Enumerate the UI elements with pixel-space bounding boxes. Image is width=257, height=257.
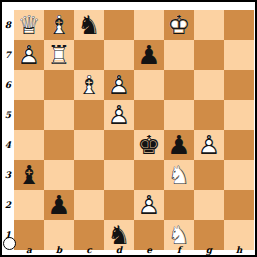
- black-king-glyph: ♚: [134, 130, 164, 160]
- white-king[interactable]: ♚♔: [164, 10, 194, 40]
- white-pawn-glyph-outline: ♙: [134, 190, 164, 220]
- white-pawn-glyph-outline: ♙: [104, 70, 134, 100]
- square-b6[interactable]: [44, 70, 74, 100]
- square-g8[interactable]: [194, 10, 224, 40]
- square-h8[interactable]: [224, 10, 254, 40]
- square-e4[interactable]: ♚: [134, 130, 164, 160]
- white-pawn[interactable]: ♟♙: [194, 130, 224, 160]
- black-pawn-glyph: ♟: [44, 190, 74, 220]
- chess-diagram: ♛♕♝♗♞♚♔♟♙♜♖♟♝♗♟♙♟♙♚♟♟♙♝♞♘♟♟♙♞♞♘ 87654321…: [0, 0, 257, 257]
- rank-label-8: 8: [2, 10, 14, 40]
- square-e2[interactable]: ♟♙: [134, 190, 164, 220]
- white-queen-glyph-outline: ♕: [14, 10, 44, 40]
- file-label-a: a: [14, 243, 44, 256]
- black-knight-glyph: ♞: [74, 10, 104, 40]
- white-rook-glyph-outline: ♖: [44, 40, 74, 70]
- square-e6[interactable]: [134, 70, 164, 100]
- square-e5[interactable]: [134, 100, 164, 130]
- white-knight-glyph-outline: ♘: [164, 160, 194, 190]
- square-a6[interactable]: [14, 70, 44, 100]
- white-pawn-glyph-outline: ♙: [194, 130, 224, 160]
- square-c6[interactable]: ♝♗: [74, 70, 104, 100]
- file-label-d: d: [104, 243, 134, 256]
- square-b3[interactable]: [44, 160, 74, 190]
- square-g4[interactable]: ♟♙: [194, 130, 224, 160]
- square-e7[interactable]: ♟: [134, 40, 164, 70]
- square-h5[interactable]: [224, 100, 254, 130]
- white-bishop[interactable]: ♝♗: [74, 70, 104, 100]
- rank-label-3: 3: [2, 160, 14, 190]
- square-d4[interactable]: [104, 130, 134, 160]
- white-pawn[interactable]: ♟♙: [14, 40, 44, 70]
- file-label-h: h: [224, 243, 254, 256]
- square-f8[interactable]: ♚♔: [164, 10, 194, 40]
- square-c8[interactable]: ♞: [74, 10, 104, 40]
- white-pawn-glyph-outline: ♙: [14, 40, 44, 70]
- square-f6[interactable]: [164, 70, 194, 100]
- square-a7[interactable]: ♟♙: [14, 40, 44, 70]
- chess-board: ♛♕♝♗♞♚♔♟♙♜♖♟♝♗♟♙♟♙♚♟♟♙♝♞♘♟♟♙♞♞♘: [14, 10, 254, 250]
- rank-label-2: 2: [2, 190, 14, 220]
- rank-label-7: 7: [2, 40, 14, 70]
- square-h4[interactable]: [224, 130, 254, 160]
- square-f2[interactable]: [164, 190, 194, 220]
- file-label-g: g: [194, 243, 224, 256]
- square-d3[interactable]: [104, 160, 134, 190]
- square-e8[interactable]: [134, 10, 164, 40]
- black-bishop-glyph: ♝: [14, 160, 44, 190]
- file-label-b: b: [44, 243, 74, 256]
- square-c5[interactable]: [74, 100, 104, 130]
- square-h3[interactable]: [224, 160, 254, 190]
- square-h2[interactable]: [224, 190, 254, 220]
- black-knight[interactable]: ♞: [74, 10, 104, 40]
- square-b7[interactable]: ♜♖: [44, 40, 74, 70]
- square-h7[interactable]: [224, 40, 254, 70]
- square-b2[interactable]: ♟: [44, 190, 74, 220]
- white-pawn-glyph-outline: ♙: [104, 100, 134, 130]
- white-bishop-glyph-outline: ♗: [74, 70, 104, 100]
- square-a8[interactable]: ♛♕: [14, 10, 44, 40]
- white-rook[interactable]: ♜♖: [44, 40, 74, 70]
- square-d2[interactable]: [104, 190, 134, 220]
- white-king-glyph-outline: ♔: [164, 10, 194, 40]
- square-d7[interactable]: [104, 40, 134, 70]
- square-f4[interactable]: ♟: [164, 130, 194, 160]
- white-bishop-glyph-outline: ♗: [44, 10, 74, 40]
- file-label-c: c: [74, 243, 104, 256]
- square-c7[interactable]: [74, 40, 104, 70]
- black-pawn-glyph: ♟: [164, 130, 194, 160]
- square-e3[interactable]: [134, 160, 164, 190]
- square-c3[interactable]: [74, 160, 104, 190]
- square-b4[interactable]: [44, 130, 74, 160]
- square-f5[interactable]: [164, 100, 194, 130]
- black-pawn[interactable]: ♟: [44, 190, 74, 220]
- white-to-move-indicator: [3, 237, 16, 250]
- black-king[interactable]: ♚: [134, 130, 164, 160]
- file-label-e: e: [134, 243, 164, 256]
- black-pawn[interactable]: ♟: [134, 40, 164, 70]
- square-a3[interactable]: ♝: [14, 160, 44, 190]
- square-d8[interactable]: [104, 10, 134, 40]
- white-queen[interactable]: ♛♕: [14, 10, 44, 40]
- square-g5[interactable]: [194, 100, 224, 130]
- square-g6[interactable]: [194, 70, 224, 100]
- square-a4[interactable]: [14, 130, 44, 160]
- white-knight[interactable]: ♞♘: [164, 160, 194, 190]
- square-c4[interactable]: [74, 130, 104, 160]
- square-g7[interactable]: [194, 40, 224, 70]
- white-pawn[interactable]: ♟♙: [104, 100, 134, 130]
- white-pawn[interactable]: ♟♙: [134, 190, 164, 220]
- rank-label-4: 4: [2, 130, 14, 160]
- file-label-f: f: [164, 243, 194, 256]
- rank-label-5: 5: [2, 100, 14, 130]
- square-c2[interactable]: [74, 190, 104, 220]
- black-pawn[interactable]: ♟: [164, 130, 194, 160]
- square-f7[interactable]: [164, 40, 194, 70]
- square-g3[interactable]: [194, 160, 224, 190]
- rank-label-6: 6: [2, 70, 14, 100]
- square-b5[interactable]: [44, 100, 74, 130]
- square-d6[interactable]: ♟♙: [104, 70, 134, 100]
- square-a2[interactable]: [14, 190, 44, 220]
- black-pawn-glyph: ♟: [134, 40, 164, 70]
- square-h6[interactable]: [224, 70, 254, 100]
- square-d5[interactable]: ♟♙: [104, 100, 134, 130]
- white-bishop[interactable]: ♝♗: [44, 10, 74, 40]
- square-g2[interactable]: [194, 190, 224, 220]
- square-b8[interactable]: ♝♗: [44, 10, 74, 40]
- black-bishop[interactable]: ♝: [14, 160, 44, 190]
- square-f3[interactable]: ♞♘: [164, 160, 194, 190]
- square-a5[interactable]: [14, 100, 44, 130]
- white-pawn[interactable]: ♟♙: [104, 70, 134, 100]
